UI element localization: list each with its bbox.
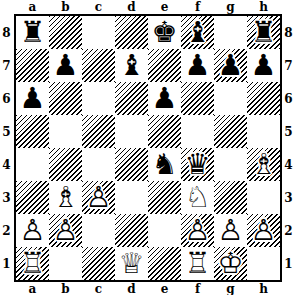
black-piece-glyph: ♟ [49, 49, 82, 82]
file-label-f-bottom: f [181, 282, 214, 295]
square-h6[interactable] [247, 82, 280, 115]
square-e7[interactable] [148, 49, 181, 82]
square-f2[interactable]: ♟♙ [181, 214, 214, 247]
square-g8[interactable] [214, 16, 247, 49]
white-piece-outline: ♖ [181, 247, 214, 280]
square-g7[interactable]: ♟ [214, 49, 247, 82]
rank-label-8-right: 8 [282, 16, 295, 49]
piece-black-rook-h8: ♜ [247, 16, 280, 49]
square-d7[interactable]: ♝ [115, 49, 148, 82]
file-label-h-bottom: h [247, 282, 280, 295]
square-g1[interactable]: ♚♔ [214, 247, 247, 280]
square-c8[interactable] [82, 16, 115, 49]
square-a2[interactable]: ♟♙ [16, 214, 49, 247]
piece-black-queen-f4: ♛ [181, 148, 214, 181]
file-label-b-bottom: b [49, 282, 82, 295]
file-label-c-bottom: c [82, 282, 115, 295]
piece-white-bishop-h4: ♝♗ [247, 148, 280, 181]
black-piece-glyph: ♜ [247, 16, 280, 49]
square-f3[interactable]: ♞♘ [181, 181, 214, 214]
file-label-f-top: f [181, 0, 214, 13]
file-label-e-bottom: e [148, 282, 181, 295]
rank-label-7-right: 7 [282, 49, 295, 82]
white-piece-outline: ♘ [181, 181, 214, 214]
square-h5[interactable] [247, 115, 280, 148]
square-b7[interactable]: ♟ [49, 49, 82, 82]
square-f8[interactable]: ♝ [181, 16, 214, 49]
square-b5[interactable] [49, 115, 82, 148]
square-a4[interactable] [16, 148, 49, 181]
square-e5[interactable] [148, 115, 181, 148]
square-h2[interactable]: ♟♙ [247, 214, 280, 247]
rank-label-4-left: 4 [0, 148, 13, 181]
piece-black-pawn-a6: ♟ [16, 82, 49, 115]
piece-white-pawn-b2: ♟♙ [49, 214, 82, 247]
piece-white-pawn-a2: ♟♙ [16, 214, 49, 247]
piece-black-bishop-f8: ♝ [181, 16, 214, 49]
square-d5[interactable] [115, 115, 148, 148]
chess-diagram: ♜♚♝♜♟♝♟♟♟♟♟♞♛♝♗♝♗♟♙♞♘♟♙♟♙♟♙♟♙♟♙♜♖♛♕♜♖♚♔ … [0, 0, 295, 295]
square-g2[interactable]: ♟♙ [214, 214, 247, 247]
rank-label-4-right: 4 [282, 148, 295, 181]
rank-label-7-left: 7 [0, 49, 13, 82]
black-piece-glyph: ♟ [148, 82, 181, 115]
white-piece-outline: ♙ [214, 214, 247, 247]
square-a5[interactable] [16, 115, 49, 148]
chess-board: ♜♚♝♜♟♝♟♟♟♟♟♞♛♝♗♝♗♟♙♞♘♟♙♟♙♟♙♟♙♟♙♜♖♛♕♜♖♚♔ [14, 14, 282, 282]
black-piece-glyph: ♝ [115, 49, 148, 82]
square-e6[interactable]: ♟ [148, 82, 181, 115]
square-b2[interactable]: ♟♙ [49, 214, 82, 247]
square-e3[interactable] [148, 181, 181, 214]
black-piece-glyph: ♚ [148, 16, 181, 49]
white-piece-outline: ♗ [49, 181, 82, 214]
piece-white-pawn-f2: ♟♙ [181, 214, 214, 247]
black-piece-glyph: ♛ [181, 148, 214, 181]
file-label-b-top: b [49, 0, 82, 13]
square-f5[interactable] [181, 115, 214, 148]
square-c6[interactable] [82, 82, 115, 115]
white-piece-outline: ♙ [247, 214, 280, 247]
rank-label-1-right: 1 [282, 247, 295, 280]
square-f7[interactable]: ♟ [181, 49, 214, 82]
square-d6[interactable] [115, 82, 148, 115]
piece-black-rook-a8: ♜ [16, 16, 49, 49]
square-a6[interactable]: ♟ [16, 82, 49, 115]
piece-white-bishop-b3: ♝♗ [49, 181, 82, 214]
piece-white-rook-a1: ♜♖ [16, 247, 49, 280]
white-piece-outline: ♙ [181, 214, 214, 247]
square-e4[interactable]: ♞ [148, 148, 181, 181]
square-a7[interactable] [16, 49, 49, 82]
rank-label-2-right: 2 [282, 214, 295, 247]
white-piece-outline: ♖ [16, 247, 49, 280]
file-label-h-top: h [247, 0, 280, 13]
square-d3[interactable] [115, 181, 148, 214]
rank-label-3-left: 3 [0, 181, 13, 214]
rank-label-5-left: 5 [0, 115, 13, 148]
piece-black-pawn-b7: ♟ [49, 49, 82, 82]
square-d2[interactable] [115, 214, 148, 247]
rank-label-2-left: 2 [0, 214, 13, 247]
square-g6[interactable] [214, 82, 247, 115]
piece-white-rook-f1: ♜♖ [181, 247, 214, 280]
piece-white-queen-d1: ♛♕ [115, 247, 148, 280]
square-h4[interactable]: ♝♗ [247, 148, 280, 181]
file-label-d-bottom: d [115, 282, 148, 295]
square-g4[interactable] [214, 148, 247, 181]
white-piece-outline: ♗ [247, 148, 280, 181]
square-c1[interactable] [82, 247, 115, 280]
black-piece-glyph: ♟ [214, 49, 247, 82]
square-b8[interactable] [49, 16, 82, 49]
square-b6[interactable] [49, 82, 82, 115]
piece-black-pawn-e6: ♟ [148, 82, 181, 115]
black-piece-glyph: ♜ [16, 16, 49, 49]
piece-black-king-e8: ♚ [148, 16, 181, 49]
white-piece-outline: ♙ [82, 181, 115, 214]
piece-black-knight-e4: ♞ [148, 148, 181, 181]
white-piece-outline: ♙ [49, 214, 82, 247]
piece-white-king-g1: ♚♔ [214, 247, 247, 280]
square-c3[interactable]: ♟♙ [82, 181, 115, 214]
square-b1[interactable] [49, 247, 82, 280]
piece-white-knight-f3: ♞♘ [181, 181, 214, 214]
piece-white-pawn-h2: ♟♙ [247, 214, 280, 247]
piece-white-pawn-g2: ♟♙ [214, 214, 247, 247]
black-piece-glyph: ♝ [181, 16, 214, 49]
rank-label-1-left: 1 [0, 247, 13, 280]
black-piece-glyph: ♟ [181, 49, 214, 82]
piece-white-pawn-c3: ♟♙ [82, 181, 115, 214]
black-piece-glyph: ♟ [16, 82, 49, 115]
square-d1[interactable]: ♛♕ [115, 247, 148, 280]
file-label-d-top: d [115, 0, 148, 13]
black-piece-glyph: ♟ [247, 49, 280, 82]
square-h1[interactable] [247, 247, 280, 280]
rank-label-8-left: 8 [0, 16, 13, 49]
file-label-a-top: a [16, 0, 49, 13]
file-label-c-top: c [82, 0, 115, 13]
rank-label-5-right: 5 [282, 115, 295, 148]
black-piece-glyph: ♞ [148, 148, 181, 181]
rank-label-6-left: 6 [0, 82, 13, 115]
file-label-a-bottom: a [16, 282, 49, 295]
square-d4[interactable] [115, 148, 148, 181]
square-f6[interactable] [181, 82, 214, 115]
square-h8[interactable]: ♜ [247, 16, 280, 49]
square-f4[interactable]: ♛ [181, 148, 214, 181]
square-c2[interactable] [82, 214, 115, 247]
file-label-e-top: e [148, 0, 181, 13]
rank-label-6-right: 6 [282, 82, 295, 115]
square-b3[interactable]: ♝♗ [49, 181, 82, 214]
file-label-g-top: g [214, 0, 247, 13]
piece-black-pawn-g7: ♟ [214, 49, 247, 82]
square-c5[interactable] [82, 115, 115, 148]
square-f1[interactable]: ♜♖ [181, 247, 214, 280]
file-label-g-bottom: g [214, 282, 247, 295]
square-e2[interactable] [148, 214, 181, 247]
square-h3[interactable] [247, 181, 280, 214]
square-a3[interactable] [16, 181, 49, 214]
piece-black-bishop-d7: ♝ [115, 49, 148, 82]
white-piece-outline: ♔ [214, 247, 247, 280]
white-piece-outline: ♙ [16, 214, 49, 247]
square-c4[interactable] [82, 148, 115, 181]
square-b4[interactable] [49, 148, 82, 181]
square-a1[interactable]: ♜♖ [16, 247, 49, 280]
piece-black-pawn-h7: ♟ [247, 49, 280, 82]
square-d8[interactable] [115, 16, 148, 49]
square-h7[interactable]: ♟ [247, 49, 280, 82]
square-e8[interactable]: ♚ [148, 16, 181, 49]
piece-black-pawn-f7: ♟ [181, 49, 214, 82]
square-c7[interactable] [82, 49, 115, 82]
white-piece-outline: ♕ [115, 247, 148, 280]
square-g3[interactable] [214, 181, 247, 214]
square-a8[interactable]: ♜ [16, 16, 49, 49]
square-e1[interactable] [148, 247, 181, 280]
rank-label-3-right: 3 [282, 181, 295, 214]
square-g5[interactable] [214, 115, 247, 148]
